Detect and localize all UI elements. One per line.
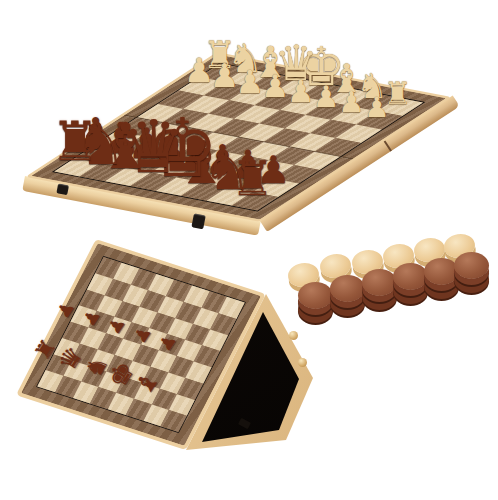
- checker-disc-stack-dark: [330, 275, 365, 302]
- clasp-latch-icon: [191, 213, 205, 229]
- latch-pin-knob: [298, 358, 307, 367]
- product-photo-scene: ♜♞♝♚♛♝♞♜♟♟♟♟♟♟♟♟♟♟♟♟♟♟♟♟♜♞♝♚♛♝♞♜ ♟♟♟♟♟♜♛…: [0, 0, 498, 500]
- checker-disc-stack-dark: [454, 252, 489, 279]
- checker-disc-stack-dark: [424, 258, 459, 285]
- checker-disc-stack-dark: [362, 269, 397, 296]
- checker-disc-stack-dark: [393, 263, 428, 290]
- checker-disc-stack-dark: [298, 282, 333, 309]
- latch-pin-knob: [289, 331, 298, 340]
- fold-split-line: [383, 140, 392, 152]
